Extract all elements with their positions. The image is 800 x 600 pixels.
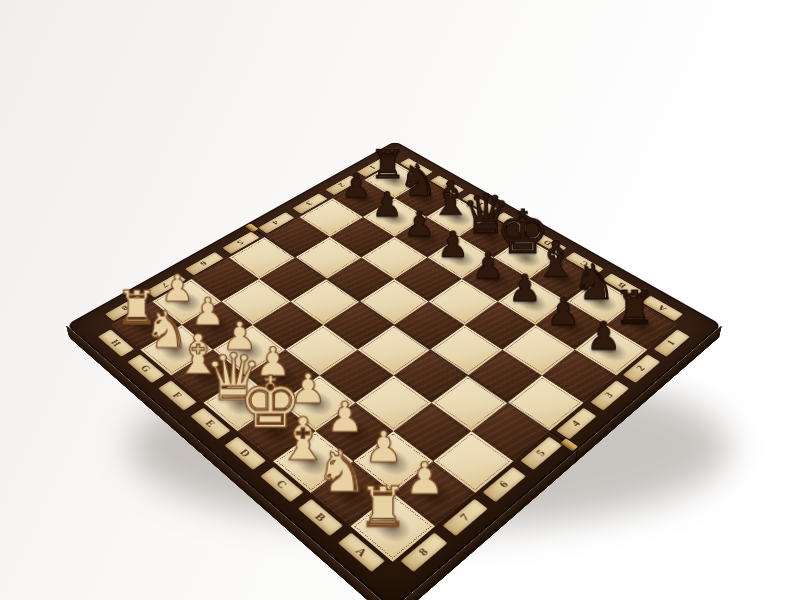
frame-corner [677, 315, 708, 336]
scene: HGFEDCBA1♜♞♝♛♚♝♞♜12♟♟♟♟♟♟♟♟2334455667♟♟♟… [0, 0, 800, 600]
board-grid: HGFEDCBA1♜♞♝♛♚♝♞♜12♟♟♟♟♟♟♟♟2334455667♟♟♟… [66, 141, 722, 600]
piece-white-rook-a8: ♜ [353, 479, 413, 534]
photo-backdrop: HGFEDCBA1♜♞♝♛♚♝♞♜12♟♟♟♟♟♟♟♟2334455667♟♟♟… [0, 0, 800, 600]
coordinate-plaque: A [338, 532, 385, 571]
square-c4 [430, 325, 502, 376]
fold-seam-side [575, 450, 578, 464]
piece-black-pawn-a2: ♟ [578, 317, 629, 356]
coordinate-plaque: 8 [400, 532, 447, 571]
chess-board: HGFEDCBA1♜♞♝♛♚♝♞♜12♟♟♟♟♟♟♟♟2334455667♟♟♟… [66, 141, 722, 600]
